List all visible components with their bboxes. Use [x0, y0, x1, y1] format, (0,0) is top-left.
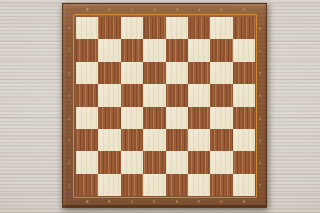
rank-label-right-7: 7 — [257, 45, 263, 57]
square-e7[interactable] — [166, 39, 188, 61]
square-g2[interactable] — [210, 151, 232, 173]
square-f5[interactable] — [188, 84, 210, 106]
square-g4[interactable] — [210, 107, 232, 129]
square-d3[interactable] — [143, 129, 165, 151]
square-d2[interactable] — [143, 151, 165, 173]
square-e8[interactable] — [166, 17, 188, 39]
square-h1[interactable] — [233, 174, 255, 196]
square-d5[interactable] — [143, 84, 165, 106]
square-b5[interactable] — [98, 84, 120, 106]
square-d1[interactable] — [143, 174, 165, 196]
rank-label-left-4: 4 — [66, 112, 72, 124]
square-a8[interactable] — [76, 17, 98, 39]
rank-label-right-1: 1 — [257, 179, 263, 191]
file-label-bottom-f: F — [193, 198, 205, 204]
square-d4[interactable] — [143, 107, 165, 129]
rank-label-left-6: 6 — [66, 67, 72, 79]
rank-label-left-1: 1 — [66, 179, 72, 191]
board-grid — [76, 17, 255, 196]
square-f1[interactable] — [188, 174, 210, 196]
square-e3[interactable] — [166, 129, 188, 151]
square-b1[interactable] — [98, 174, 120, 196]
square-e5[interactable] — [166, 84, 188, 106]
rank-label-right-4: 4 — [257, 112, 263, 124]
square-e6[interactable] — [166, 62, 188, 84]
square-g6[interactable] — [210, 62, 232, 84]
square-e4[interactable] — [166, 107, 188, 129]
square-b3[interactable] — [98, 129, 120, 151]
rank-label-right-8: 8 — [257, 22, 263, 34]
file-label-top-f: F — [193, 7, 205, 13]
square-g7[interactable] — [210, 39, 232, 61]
rank-label-left-5: 5 — [66, 89, 72, 101]
square-g3[interactable] — [210, 129, 232, 151]
square-c5[interactable] — [121, 84, 143, 106]
floor-background: ABCDEFGH ABCDEFGH 87654321 87654321 — [0, 0, 320, 213]
square-h4[interactable] — [233, 107, 255, 129]
square-a3[interactable] — [76, 129, 98, 151]
square-g1[interactable] — [210, 174, 232, 196]
square-f7[interactable] — [188, 39, 210, 61]
square-b4[interactable] — [98, 107, 120, 129]
file-label-bottom-c: C — [126, 198, 138, 204]
square-c7[interactable] — [121, 39, 143, 61]
square-g8[interactable] — [210, 17, 232, 39]
square-f8[interactable] — [188, 17, 210, 39]
rank-label-right-3: 3 — [257, 134, 263, 146]
file-labels-bottom: ABCDEFGH — [76, 195, 255, 207]
square-a7[interactable] — [76, 39, 98, 61]
file-labels-top: ABCDEFGH — [76, 4, 255, 16]
square-f2[interactable] — [188, 151, 210, 173]
square-c2[interactable] — [121, 151, 143, 173]
file-label-top-c: C — [126, 7, 138, 13]
square-g5[interactable] — [210, 84, 232, 106]
rank-label-left-3: 3 — [66, 134, 72, 146]
square-h5[interactable] — [233, 84, 255, 106]
square-a1[interactable] — [76, 174, 98, 196]
rank-labels-left: 87654321 — [63, 17, 75, 196]
file-label-top-e: E — [171, 7, 183, 13]
square-f3[interactable] — [188, 129, 210, 151]
square-f6[interactable] — [188, 62, 210, 84]
file-label-bottom-a: A — [81, 198, 93, 204]
square-h6[interactable] — [233, 62, 255, 84]
chessboard: ABCDEFGH ABCDEFGH 87654321 87654321 — [62, 3, 267, 208]
square-c8[interactable] — [121, 17, 143, 39]
file-label-top-g: G — [216, 7, 228, 13]
square-d7[interactable] — [143, 39, 165, 61]
square-b8[interactable] — [98, 17, 120, 39]
square-d6[interactable] — [143, 62, 165, 84]
file-label-bottom-d: D — [148, 198, 160, 204]
file-label-bottom-e: E — [171, 198, 183, 204]
rank-label-left-7: 7 — [66, 45, 72, 57]
file-label-top-a: A — [81, 7, 93, 13]
square-d8[interactable] — [143, 17, 165, 39]
square-h2[interactable] — [233, 151, 255, 173]
square-c1[interactable] — [121, 174, 143, 196]
rank-label-left-8: 8 — [66, 22, 72, 34]
square-e2[interactable] — [166, 151, 188, 173]
file-label-top-h: H — [238, 7, 250, 13]
square-a6[interactable] — [76, 62, 98, 84]
rank-label-right-6: 6 — [257, 67, 263, 79]
square-h8[interactable] — [233, 17, 255, 39]
square-b6[interactable] — [98, 62, 120, 84]
file-label-top-d: D — [148, 7, 160, 13]
square-h7[interactable] — [233, 39, 255, 61]
file-label-bottom-h: H — [238, 198, 250, 204]
file-label-top-b: B — [104, 7, 116, 13]
square-b7[interactable] — [98, 39, 120, 61]
square-e1[interactable] — [166, 174, 188, 196]
rank-label-left-2: 2 — [66, 157, 72, 169]
square-c4[interactable] — [121, 107, 143, 129]
file-label-bottom-g: G — [216, 198, 228, 204]
rank-labels-right: 87654321 — [254, 17, 266, 196]
square-c3[interactable] — [121, 129, 143, 151]
rank-label-right-2: 2 — [257, 157, 263, 169]
square-c6[interactable] — [121, 62, 143, 84]
square-b2[interactable] — [98, 151, 120, 173]
rank-label-right-5: 5 — [257, 89, 263, 101]
file-label-bottom-b: B — [104, 198, 116, 204]
square-f4[interactable] — [188, 107, 210, 129]
square-a4[interactable] — [76, 107, 98, 129]
square-h3[interactable] — [233, 129, 255, 151]
square-a2[interactable] — [76, 151, 98, 173]
square-a5[interactable] — [76, 84, 98, 106]
